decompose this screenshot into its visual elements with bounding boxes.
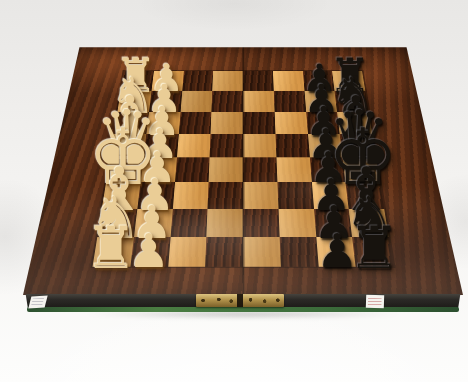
square-f6[interactable] (277, 182, 313, 208)
square-e6[interactable] (276, 157, 311, 182)
square-h5[interactable] (243, 237, 281, 267)
square-b6[interactable] (274, 91, 306, 112)
square-d5[interactable] (243, 134, 276, 157)
square-a5[interactable] (243, 71, 274, 91)
felt-underside (27, 307, 459, 312)
square-h6[interactable] (279, 237, 318, 267)
square-h4[interactable] (205, 237, 243, 267)
square-c6[interactable] (274, 112, 307, 134)
piece-black-rook-h8[interactable]: ♜ (349, 219, 401, 277)
board-fold-seam (242, 47, 245, 295)
square-f4[interactable] (208, 182, 243, 208)
piece-white-pawn-h2[interactable]: ♟ (128, 228, 170, 275)
square-b3[interactable] (180, 91, 212, 112)
lot-sticker-right (366, 295, 384, 309)
lot-sticker-left (28, 295, 47, 308)
square-f5[interactable] (243, 182, 278, 208)
square-d6[interactable] (275, 134, 309, 157)
brass-hinge (196, 294, 284, 307)
square-b5[interactable] (243, 91, 274, 112)
square-d4[interactable] (210, 134, 243, 157)
square-c3[interactable] (178, 112, 211, 134)
square-d3[interactable] (177, 134, 211, 157)
square-e3[interactable] (175, 157, 210, 182)
square-g6[interactable] (278, 209, 316, 237)
square-c5[interactable] (243, 112, 275, 134)
square-e5[interactable] (243, 157, 277, 182)
square-g3[interactable] (170, 209, 208, 237)
square-g4[interactable] (207, 209, 243, 237)
square-e4[interactable] (209, 157, 243, 182)
square-g5[interactable] (243, 209, 279, 237)
square-a3[interactable] (182, 71, 213, 91)
square-c4[interactable] (211, 112, 243, 134)
photo-scene: ♜♟♟♜♞♟♟♞♝♟♟♝♛♟♟♛♚♟♟♚♝♟♟♝♞♟♟♞♜♟♟♜ (0, 0, 468, 382)
square-a4[interactable] (212, 71, 243, 91)
square-h3[interactable] (168, 237, 207, 267)
square-b4[interactable] (212, 91, 243, 112)
square-a6[interactable] (273, 71, 304, 91)
square-f3[interactable] (172, 182, 208, 208)
